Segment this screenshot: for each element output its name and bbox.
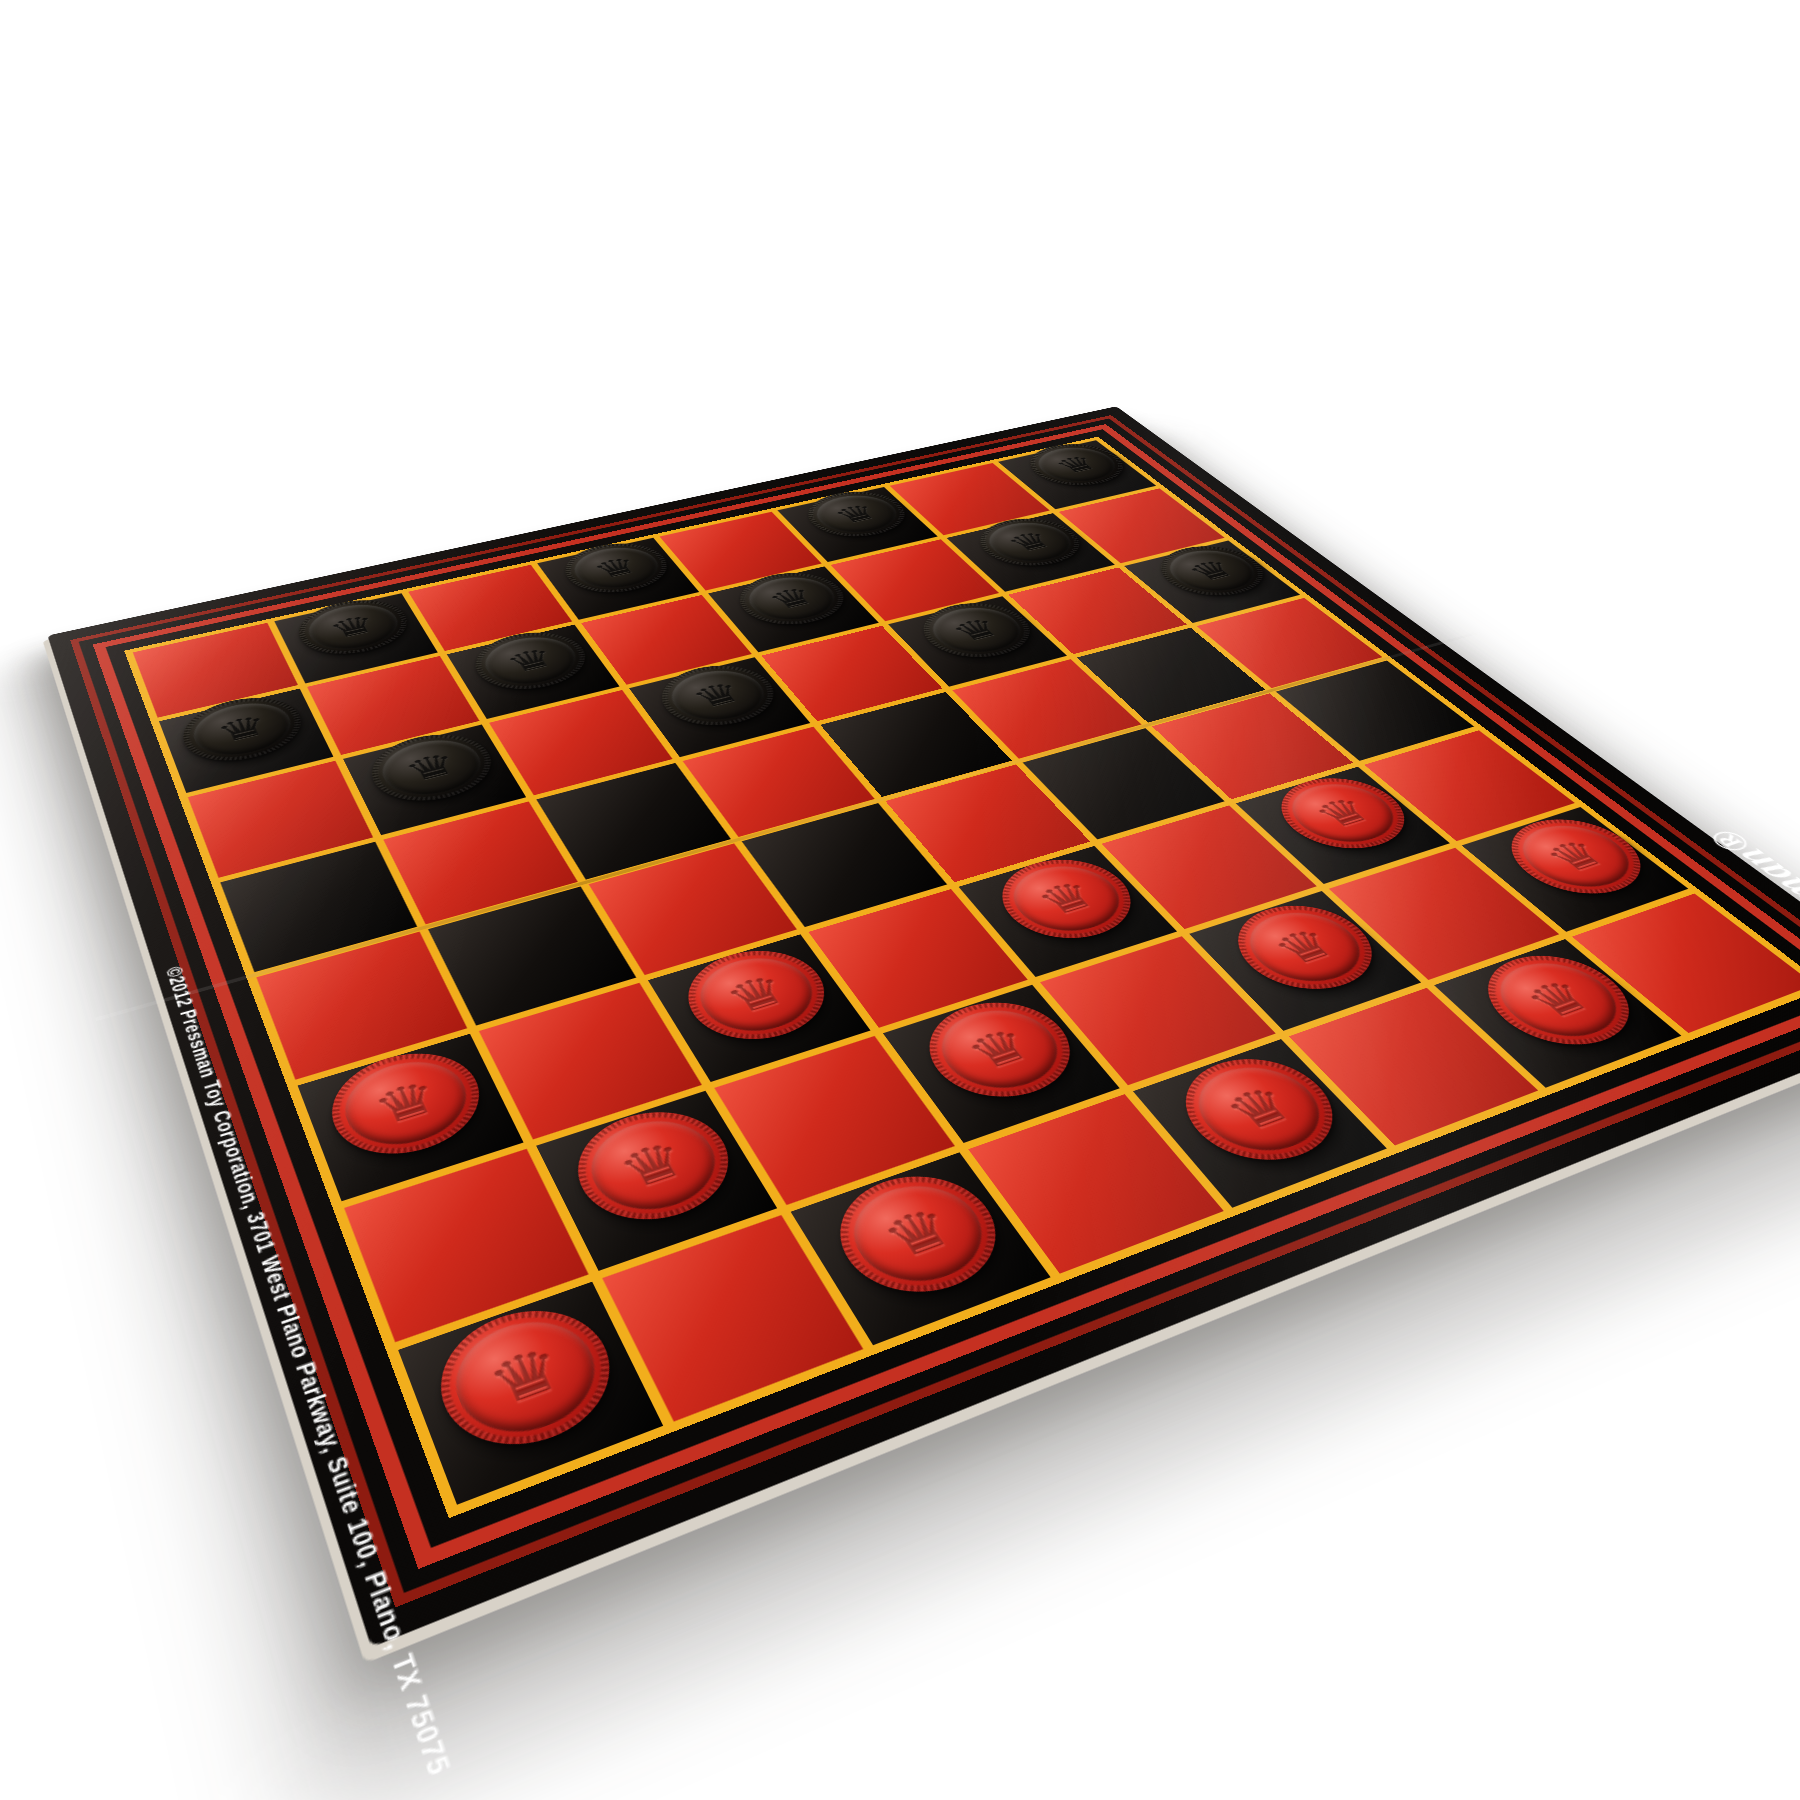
red-checker-a1[interactable]: ♛ xyxy=(421,1290,633,1468)
border-stripe-red: ♛♛♛♛♛♛♛♛♛♛♛♛♛♛♛♛♛♛♛♛♛♛♛♛ xyxy=(93,424,1800,1569)
square-f4[interactable] xyxy=(1022,728,1224,839)
red-checker-b2[interactable]: ♛ xyxy=(557,1096,751,1239)
red-checker-d2[interactable]: ♛ xyxy=(905,988,1095,1114)
crown-emblem: ♛ xyxy=(1489,810,1664,904)
red-checker-h2[interactable]: ♛ xyxy=(1486,808,1668,907)
black-checker-h6[interactable]: ♛ xyxy=(1142,539,1283,605)
crown-emblem: ♛ xyxy=(818,1162,1021,1308)
crown-emblem: ♛ xyxy=(1215,896,1395,1001)
black-checker-h8[interactable]: ♛ xyxy=(1013,438,1140,493)
black-checker-a7[interactable]: ♛ xyxy=(174,688,313,771)
black-checker-d8[interactable]: ♛ xyxy=(552,536,682,601)
square-b8[interactable]: ♛ xyxy=(274,593,438,683)
red-checker-e3[interactable]: ♛ xyxy=(980,847,1155,952)
red-checker-c3[interactable]: ♛ xyxy=(668,937,846,1055)
crown-emblem: ♛ xyxy=(289,594,418,662)
board-grid: ♛♛♛♛♛♛♛♛♛♛♛♛♛♛♛♛♛♛♛♛♛♛♛♛ xyxy=(124,437,1800,1518)
crown-emblem: ♛ xyxy=(647,658,789,733)
crown-emblem: ♛ xyxy=(1015,439,1138,491)
scene: ©2012 Pressman Toy Corporation, 3701 Wes… xyxy=(0,0,1800,1800)
crown-emblem: ♛ xyxy=(908,991,1093,1110)
red-checker-g3[interactable]: ♛ xyxy=(1258,767,1430,861)
crown-emblem: ♛ xyxy=(553,538,680,600)
black-checker-b8[interactable]: ♛ xyxy=(288,592,419,664)
crown-emblem: ♛ xyxy=(318,1041,496,1168)
